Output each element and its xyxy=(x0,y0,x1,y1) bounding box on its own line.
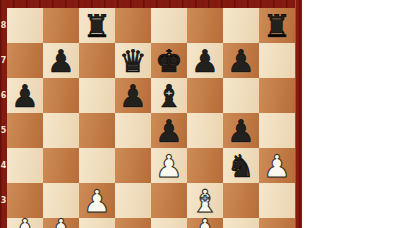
square-d3 xyxy=(115,183,151,218)
square-g7: ♟ xyxy=(223,43,259,78)
square-g2 xyxy=(223,218,259,228)
square-e7: ♚ xyxy=(151,43,187,78)
piece-white-pawn-c3: ♟ xyxy=(79,183,115,218)
square-a2: ♟ xyxy=(7,218,43,228)
square-b7: ♟ xyxy=(43,43,79,78)
square-c3: ♟ xyxy=(79,183,115,218)
square-b2: ♟ xyxy=(43,218,79,228)
square-g5: ♟ xyxy=(223,113,259,148)
rank-label-7: 7 xyxy=(0,43,7,78)
square-d5 xyxy=(115,113,151,148)
square-f7: ♟ xyxy=(187,43,223,78)
rank-label-5: 5 xyxy=(0,113,7,148)
square-b8 xyxy=(43,8,79,43)
piece-black-pawn-f7: ♟ xyxy=(187,43,223,78)
square-c2 xyxy=(79,218,115,228)
square-f8 xyxy=(187,8,223,43)
square-h6 xyxy=(259,78,295,113)
piece-black-pawn-b7: ♟ xyxy=(43,43,79,78)
square-e5: ♟ xyxy=(151,113,187,148)
square-d2 xyxy=(115,218,151,228)
square-a4 xyxy=(7,148,43,183)
rank-label-6: 6 xyxy=(0,78,7,113)
square-c5 xyxy=(79,113,115,148)
square-g4: ♞ xyxy=(223,148,259,183)
square-a8 xyxy=(7,8,43,43)
square-d8 xyxy=(115,8,151,43)
piece-white-pawn-h4: ♟ xyxy=(259,148,295,183)
piece-black-knight-g4: ♞ xyxy=(223,148,259,183)
blank-right-margin xyxy=(302,0,400,228)
square-a5 xyxy=(7,113,43,148)
piece-black-pawn-e5: ♟ xyxy=(151,113,187,148)
square-g3 xyxy=(223,183,259,218)
piece-black-pawn-a6: ♟ xyxy=(7,78,43,113)
rank-label-4: 4 xyxy=(0,148,7,183)
piece-black-pawn-d6: ♟ xyxy=(115,78,151,113)
piece-black-bishop-e6: ♝ xyxy=(151,78,187,113)
square-e4: ♟ xyxy=(151,148,187,183)
square-e6: ♝ xyxy=(151,78,187,113)
square-c6 xyxy=(79,78,115,113)
rank-label-3: 3 xyxy=(0,183,7,218)
square-c8: ♜ xyxy=(79,8,115,43)
piece-black-queen-d7: ♛ xyxy=(115,43,151,78)
piece-white-pawn-e4: ♟ xyxy=(151,148,187,183)
piece-black-rook-h8: ♜ xyxy=(259,8,295,43)
square-f5 xyxy=(187,113,223,148)
square-g6 xyxy=(223,78,259,113)
square-h2 xyxy=(259,218,295,228)
square-a6: ♟ xyxy=(7,78,43,113)
square-g8 xyxy=(223,8,259,43)
square-b4 xyxy=(43,148,79,183)
piece-black-king-e7: ♚ xyxy=(151,43,187,78)
square-h7 xyxy=(259,43,295,78)
piece-white-pawn-a2: ♟ xyxy=(7,218,43,228)
rank-label-8: 8 xyxy=(0,8,7,43)
square-b6 xyxy=(43,78,79,113)
piece-white-pawn-f2: ♟ xyxy=(187,218,223,228)
square-a7 xyxy=(7,43,43,78)
border-edge-highlight xyxy=(295,0,296,228)
square-e2 xyxy=(151,218,187,228)
page: ♜♜♟♛♚♟♟♟♟♝♟♟♟♞♟♟♝♟♟♟ 876543 xyxy=(0,0,400,228)
chess-board-frame: ♜♜♟♛♚♟♟♟♟♝♟♟♟♞♟♟♝♟♟♟ 876543 xyxy=(0,0,302,228)
piece-black-pawn-g5: ♟ xyxy=(223,113,259,148)
square-f6 xyxy=(187,78,223,113)
square-e3 xyxy=(151,183,187,218)
square-b5 xyxy=(43,113,79,148)
square-d7: ♛ xyxy=(115,43,151,78)
square-d4 xyxy=(115,148,151,183)
square-h3 xyxy=(259,183,295,218)
square-f4 xyxy=(187,148,223,183)
square-h8: ♜ xyxy=(259,8,295,43)
square-c7 xyxy=(79,43,115,78)
square-e8 xyxy=(151,8,187,43)
square-d6: ♟ xyxy=(115,78,151,113)
square-f2: ♟ xyxy=(187,218,223,228)
piece-black-rook-c8: ♜ xyxy=(79,8,115,43)
piece-black-pawn-g7: ♟ xyxy=(223,43,259,78)
piece-white-pawn-b2: ♟ xyxy=(43,218,79,228)
square-h5 xyxy=(259,113,295,148)
square-c4 xyxy=(79,148,115,183)
chess-board: ♜♜♟♛♚♟♟♟♟♝♟♟♟♞♟♟♝♟♟♟ xyxy=(7,8,295,228)
square-h4: ♟ xyxy=(259,148,295,183)
